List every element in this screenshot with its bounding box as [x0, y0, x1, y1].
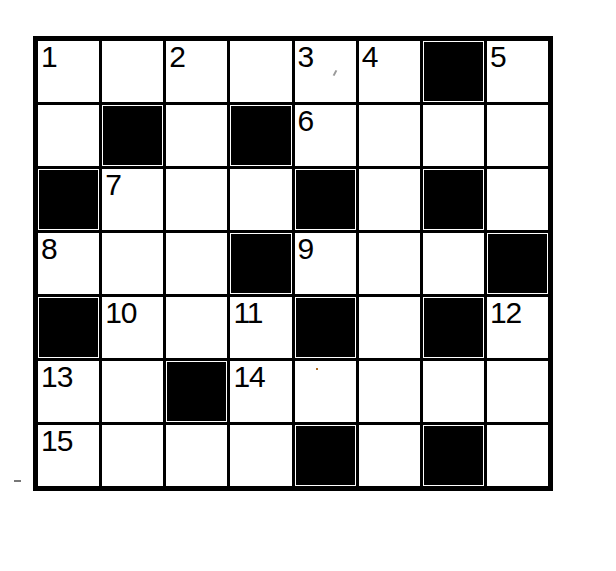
clue-number-r1c3: 2	[169, 42, 185, 72]
cell-r3c4[interactable]	[230, 169, 291, 230]
block-r4c4	[230, 233, 291, 294]
clue-number-r5c8: 12	[490, 298, 521, 328]
block-r4c8	[487, 233, 548, 294]
cell-r1c2[interactable]	[102, 41, 163, 102]
block-r5c7	[423, 297, 484, 358]
block-r2c2	[102, 105, 163, 166]
crossword-grid: 123456789101112131415	[33, 36, 553, 491]
cell-r6c2[interactable]	[102, 361, 163, 422]
cell-r4c6[interactable]	[359, 233, 420, 294]
page: 123456789101112131415	[0, 0, 616, 571]
block-r7c7	[423, 425, 484, 486]
clue-number-r4c1: 8	[41, 234, 57, 264]
cell-r3c2[interactable]: 7	[102, 169, 163, 230]
cell-r2c3[interactable]	[166, 105, 227, 166]
cell-r6c8[interactable]	[487, 361, 548, 422]
cell-r7c1[interactable]: 15	[38, 425, 99, 486]
block-r2c4	[230, 105, 291, 166]
cell-r5c8[interactable]: 12	[487, 297, 548, 358]
cell-r5c4[interactable]: 11	[230, 297, 291, 358]
block-r5c5	[295, 297, 356, 358]
cell-r6c4[interactable]: 14	[230, 361, 291, 422]
clue-number-r5c2: 10	[105, 298, 136, 328]
cell-r5c3[interactable]	[166, 297, 227, 358]
clue-number-r4c5: 9	[298, 234, 314, 264]
block-r6c3	[166, 361, 227, 422]
clue-number-r7c1: 15	[41, 426, 72, 456]
cell-r7c6[interactable]	[359, 425, 420, 486]
clue-number-r1c6: 4	[362, 42, 378, 72]
cell-r2c6[interactable]	[359, 105, 420, 166]
cell-r5c6[interactable]	[359, 297, 420, 358]
cell-r2c1[interactable]	[38, 105, 99, 166]
clue-number-r6c1: 13	[41, 362, 72, 392]
block-r3c7	[423, 169, 484, 230]
cell-r1c1[interactable]: 1	[38, 41, 99, 102]
cell-r1c8[interactable]: 5	[487, 41, 548, 102]
block-r1c7	[423, 41, 484, 102]
cell-r7c8[interactable]	[487, 425, 548, 486]
block-r3c1	[38, 169, 99, 230]
block-r3c5	[295, 169, 356, 230]
cell-r6c7[interactable]	[423, 361, 484, 422]
cell-r3c3[interactable]	[166, 169, 227, 230]
clue-number-r1c5: 3	[298, 42, 314, 72]
cell-r4c1[interactable]: 8	[38, 233, 99, 294]
cell-r2c5[interactable]: 6	[295, 105, 356, 166]
cell-r6c5[interactable]	[295, 361, 356, 422]
clue-number-r1c1: 1	[41, 42, 57, 72]
scan-artifact-dot	[316, 368, 318, 370]
cell-r7c4[interactable]	[230, 425, 291, 486]
cell-r1c5[interactable]: 3	[295, 41, 356, 102]
cell-r2c8[interactable]	[487, 105, 548, 166]
scan-artifact-dash	[14, 480, 21, 482]
cell-r3c6[interactable]	[359, 169, 420, 230]
cell-r7c2[interactable]	[102, 425, 163, 486]
cell-r2c7[interactable]	[423, 105, 484, 166]
cell-r4c3[interactable]	[166, 233, 227, 294]
block-r7c5	[295, 425, 356, 486]
cell-r1c3[interactable]: 2	[166, 41, 227, 102]
clue-number-r2c5: 6	[298, 106, 314, 136]
clue-number-r5c4: 11	[233, 298, 262, 328]
cell-r7c3[interactable]	[166, 425, 227, 486]
cell-r6c1[interactable]: 13	[38, 361, 99, 422]
cell-r5c2[interactable]: 10	[102, 297, 163, 358]
clue-number-r3c2: 7	[105, 170, 121, 200]
cell-r4c7[interactable]	[423, 233, 484, 294]
clue-number-r1c8: 5	[490, 42, 506, 72]
block-r5c1	[38, 297, 99, 358]
cell-r4c5[interactable]: 9	[295, 233, 356, 294]
cell-r4c2[interactable]	[102, 233, 163, 294]
cell-r1c6[interactable]: 4	[359, 41, 420, 102]
cell-r3c8[interactable]	[487, 169, 548, 230]
cell-r1c4[interactable]	[230, 41, 291, 102]
clue-number-r6c4: 14	[233, 362, 264, 392]
cell-r6c6[interactable]	[359, 361, 420, 422]
